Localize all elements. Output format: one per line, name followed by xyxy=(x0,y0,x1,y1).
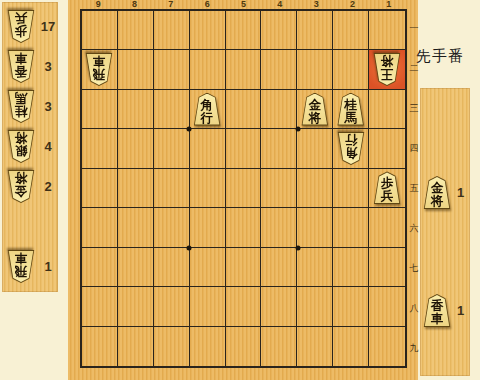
hand-piece-knight[interactable]: 桂馬 xyxy=(7,90,35,123)
piece-face: 金将 xyxy=(424,177,450,208)
square-6-9[interactable] xyxy=(190,327,226,366)
square-7-5[interactable] xyxy=(154,169,190,208)
piece-face: 角行 xyxy=(194,94,220,125)
rank-label-1: 一 xyxy=(409,9,419,49)
square-3-5[interactable] xyxy=(297,169,333,208)
shogi-diagram: 歩兵17香車3桂馬3銀将4金将2飛車1 987654321 飛車王将角行金将桂馬… xyxy=(0,0,480,380)
hand-count: 3 xyxy=(39,99,57,114)
square-9-7[interactable] xyxy=(82,248,118,287)
gote-hand-tray: 歩兵17香車3桂馬3銀将4金将2飛車1 xyxy=(2,2,58,292)
file-label-1: 1 xyxy=(371,0,407,9)
file-label-6: 6 xyxy=(189,0,225,9)
square-6-4[interactable] xyxy=(190,129,226,168)
square-7-3[interactable] xyxy=(154,90,190,129)
square-3-8[interactable] xyxy=(297,287,333,326)
sente-hand-tray: 金将1香車1 xyxy=(420,88,470,376)
hand-piece-lance[interactable]: 香車 xyxy=(7,50,35,83)
sente-hand-lance: 香車1 xyxy=(420,294,470,328)
hand-piece-gold[interactable]: 金将 xyxy=(7,170,35,203)
piece-kanji: 歩 xyxy=(15,25,28,38)
square-5-4[interactable] xyxy=(226,129,262,168)
file-label-9: 9 xyxy=(80,0,116,9)
square-7-7[interactable] xyxy=(154,248,190,287)
square-1-6[interactable] xyxy=(369,208,405,247)
piece-face: 歩兵 xyxy=(8,11,34,42)
piece-kanji: 桂 xyxy=(344,98,357,111)
square-9-2[interactable]: 飛車 xyxy=(82,50,118,89)
square-4-8[interactable] xyxy=(261,287,297,326)
square-2-6[interactable] xyxy=(333,208,369,247)
square-9-5[interactable] xyxy=(82,169,118,208)
square-5-3[interactable] xyxy=(226,90,262,129)
square-2-7[interactable] xyxy=(333,248,369,287)
piece-pawn[interactable]: 歩兵 xyxy=(373,171,401,204)
square-8-9[interactable] xyxy=(118,327,154,366)
piece-face: 角行 xyxy=(338,133,364,164)
piece-kanji: 将 xyxy=(431,194,444,207)
hand-count: 1 xyxy=(453,303,468,318)
square-8-2[interactable] xyxy=(118,50,154,89)
square-9-4[interactable] xyxy=(82,129,118,168)
square-5-9[interactable] xyxy=(226,327,262,366)
piece-face: 飛車 xyxy=(8,251,34,282)
square-1-2[interactable]: 王将 xyxy=(369,50,405,89)
piece-kanji: 馬 xyxy=(344,111,357,124)
square-7-8[interactable] xyxy=(154,287,190,326)
file-label-5: 5 xyxy=(225,0,261,9)
square-8-6[interactable] xyxy=(118,208,154,247)
piece-face: 香車 xyxy=(8,51,34,82)
square-8-4[interactable] xyxy=(118,129,154,168)
square-3-6[interactable] xyxy=(297,208,333,247)
square-8-1[interactable] xyxy=(118,11,154,50)
hand-count: 1 xyxy=(453,185,468,200)
square-8-3[interactable] xyxy=(118,90,154,129)
piece-kanji: 銀 xyxy=(15,145,28,158)
rank-label-3: 三 xyxy=(409,89,419,129)
square-8-8[interactable] xyxy=(118,287,154,326)
square-7-1[interactable] xyxy=(154,11,190,50)
square-2-3[interactable]: 桂馬 xyxy=(333,90,369,129)
square-4-4[interactable] xyxy=(261,129,297,168)
square-4-1[interactable] xyxy=(261,11,297,50)
piece-face: 桂馬 xyxy=(8,91,34,122)
piece-kanji: 飛 xyxy=(15,265,28,278)
piece-bishop[interactable]: 角行 xyxy=(193,93,221,126)
hand-piece-rook[interactable]: 飛車 xyxy=(7,250,35,283)
piece-kanji: 飛 xyxy=(93,68,106,81)
piece-kanji: 車 xyxy=(431,312,444,325)
square-6-3[interactable]: 角行 xyxy=(190,90,226,129)
square-2-8[interactable] xyxy=(333,287,369,326)
rank-label-9: 九 xyxy=(409,328,419,368)
gote-hand-lance: 香車3 xyxy=(2,50,58,84)
rank-label-8: 八 xyxy=(409,288,419,328)
square-3-3[interactable]: 金将 xyxy=(297,90,333,129)
square-1-1[interactable] xyxy=(369,11,405,50)
hand-piece-silver[interactable]: 銀将 xyxy=(7,130,35,163)
piece-kanji: 将 xyxy=(15,172,28,185)
piece-kanji: 桂 xyxy=(15,105,28,118)
square-1-4[interactable] xyxy=(369,129,405,168)
piece-face: 金将 xyxy=(8,171,34,202)
piece-face: 銀将 xyxy=(8,131,34,162)
piece-kanji: 兵 xyxy=(15,12,28,25)
piece-kanji: 将 xyxy=(381,55,394,68)
square-6-1[interactable] xyxy=(190,11,226,50)
piece-bishop[interactable]: 角行 xyxy=(337,132,365,165)
hand-count: 17 xyxy=(39,19,57,34)
piece-kanji: 香 xyxy=(15,65,28,78)
square-5-2[interactable] xyxy=(226,50,262,89)
piece-king[interactable]: 王将 xyxy=(373,53,401,86)
square-6-6[interactable] xyxy=(190,208,226,247)
file-label-3: 3 xyxy=(298,0,334,9)
piece-face: 王将 xyxy=(374,54,400,85)
square-4-3[interactable] xyxy=(261,90,297,129)
square-2-9[interactable] xyxy=(333,327,369,366)
hand-piece-gold[interactable]: 金将 xyxy=(423,176,451,209)
hand-piece-pawn[interactable]: 歩兵 xyxy=(7,10,35,43)
piece-kanji: 車 xyxy=(15,252,28,265)
file-label-8: 8 xyxy=(116,0,152,9)
piece-kanji: 車 xyxy=(93,55,106,68)
gote-hand-gold: 金将2 xyxy=(2,170,58,204)
piece-rook[interactable]: 飛車 xyxy=(85,53,113,86)
board-grid: 飛車王将角行金将桂馬角行歩兵 xyxy=(80,9,407,368)
square-1-9[interactable] xyxy=(369,327,405,366)
piece-face: 歩兵 xyxy=(374,172,400,203)
square-6-5[interactable] xyxy=(190,169,226,208)
file-labels: 987654321 xyxy=(80,0,407,9)
piece-kanji: 将 xyxy=(309,111,322,124)
square-2-2[interactable] xyxy=(333,50,369,89)
piece-kanji: 行 xyxy=(344,134,357,147)
square-4-5[interactable] xyxy=(261,169,297,208)
piece-kanji: 行 xyxy=(201,111,214,124)
board-panel: 987654321 飛車王将角行金将桂馬角行歩兵 一二三四五六七八九 xyxy=(68,0,418,380)
gote-hand-rook: 飛車1 xyxy=(2,250,58,284)
rank-label-4: 四 xyxy=(409,129,419,169)
hand-count: 1 xyxy=(39,259,57,274)
square-2-4[interactable]: 角行 xyxy=(333,129,369,168)
square-3-7[interactable] xyxy=(297,248,333,287)
gote-hand-pawn: 歩兵17 xyxy=(2,10,58,44)
square-3-4[interactable] xyxy=(297,129,333,168)
piece-face: 香車 xyxy=(424,295,450,326)
square-7-4[interactable] xyxy=(154,129,190,168)
square-5-7[interactable] xyxy=(226,248,262,287)
square-4-9[interactable] xyxy=(261,327,297,366)
gote-hand-silver: 銀将4 xyxy=(2,130,58,164)
square-8-5[interactable] xyxy=(118,169,154,208)
piece-face: 金将 xyxy=(302,94,328,125)
square-9-3[interactable] xyxy=(82,90,118,129)
square-1-7[interactable] xyxy=(369,248,405,287)
piece-kanji: 金 xyxy=(15,185,28,198)
square-1-8[interactable] xyxy=(369,287,405,326)
turn-indicator: 先手番 xyxy=(416,47,478,65)
rank-label-6: 六 xyxy=(409,208,419,248)
piece-kanji: 角 xyxy=(201,98,214,111)
square-9-6[interactable] xyxy=(82,208,118,247)
piece-gold[interactable]: 金将 xyxy=(301,93,329,126)
square-9-9[interactable] xyxy=(82,327,118,366)
piece-kanji: 将 xyxy=(15,132,28,145)
piece-kanji: 金 xyxy=(309,98,322,111)
sente-hand-gold: 金将1 xyxy=(420,176,470,210)
square-6-2[interactable] xyxy=(190,50,226,89)
square-4-2[interactable] xyxy=(261,50,297,89)
square-1-3[interactable] xyxy=(369,90,405,129)
square-3-2[interactable] xyxy=(297,50,333,89)
square-7-6[interactable] xyxy=(154,208,190,247)
hand-count: 4 xyxy=(39,139,57,154)
square-3-9[interactable] xyxy=(297,327,333,366)
hand-count: 2 xyxy=(39,179,57,194)
square-1-5[interactable]: 歩兵 xyxy=(369,169,405,208)
square-6-8[interactable] xyxy=(190,287,226,326)
square-3-1[interactable] xyxy=(297,11,333,50)
piece-kanji: 馬 xyxy=(15,92,28,105)
square-7-2[interactable] xyxy=(154,50,190,89)
piece-face: 桂馬 xyxy=(338,94,364,125)
square-7-9[interactable] xyxy=(154,327,190,366)
square-4-7[interactable] xyxy=(261,248,297,287)
square-6-7[interactable] xyxy=(190,248,226,287)
square-4-6[interactable] xyxy=(261,208,297,247)
file-label-4: 4 xyxy=(262,0,298,9)
square-5-5[interactable] xyxy=(226,169,262,208)
gote-hand-knight: 桂馬3 xyxy=(2,90,58,124)
square-9-8[interactable] xyxy=(82,287,118,326)
piece-face: 飛車 xyxy=(86,54,112,85)
square-9-1[interactable] xyxy=(82,11,118,50)
square-5-6[interactable] xyxy=(226,208,262,247)
square-8-7[interactable] xyxy=(118,248,154,287)
file-label-2: 2 xyxy=(334,0,370,9)
rank-label-7: 七 xyxy=(409,248,419,288)
rank-label-5: 五 xyxy=(409,169,419,209)
square-2-1[interactable] xyxy=(333,11,369,50)
piece-kanji: 角 xyxy=(344,147,357,160)
piece-kanji: 車 xyxy=(15,52,28,65)
hand-count: 3 xyxy=(39,59,57,74)
hand-piece-lance[interactable]: 香車 xyxy=(423,294,451,327)
square-2-5[interactable] xyxy=(333,169,369,208)
piece-knight[interactable]: 桂馬 xyxy=(337,93,365,126)
file-label-7: 7 xyxy=(153,0,189,9)
piece-kanji: 王 xyxy=(381,68,394,81)
square-5-1[interactable] xyxy=(226,11,262,50)
piece-kanji: 兵 xyxy=(381,189,394,202)
square-5-8[interactable] xyxy=(226,287,262,326)
